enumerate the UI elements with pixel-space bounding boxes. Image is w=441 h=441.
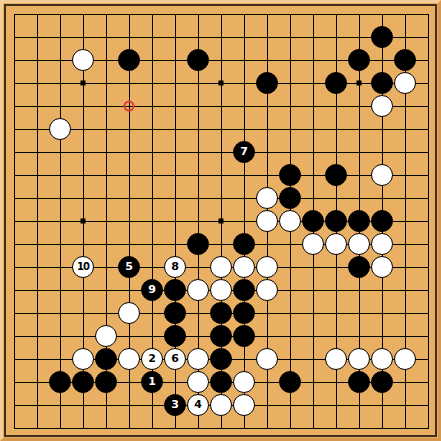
stone-black [72, 371, 94, 393]
stone-black [49, 371, 71, 393]
go-board: 71058926134 [0, 0, 441, 441]
move-number: 10 [73, 257, 93, 277]
stone-white [187, 371, 209, 393]
stone-black [279, 187, 301, 209]
stone-black-move-9: 9 [141, 279, 163, 301]
stone-white [256, 348, 278, 370]
stone-black [371, 26, 393, 48]
stone-white [279, 210, 301, 232]
stone-white [325, 348, 347, 370]
move-number: 2 [142, 349, 162, 369]
stone-white [72, 348, 94, 370]
stone-black [187, 49, 209, 71]
stone-black [164, 279, 186, 301]
star-point [81, 81, 86, 86]
stone-white-move-10: 10 [72, 256, 94, 278]
stone-black-move-3: 3 [164, 394, 186, 416]
stone-white [371, 233, 393, 255]
stone-black [187, 233, 209, 255]
stone-white [302, 233, 324, 255]
move-number: 9 [142, 280, 162, 300]
stone-white [233, 256, 255, 278]
stone-white [256, 187, 278, 209]
stone-white [256, 256, 278, 278]
stone-black [164, 302, 186, 324]
move-number: 3 [165, 395, 185, 415]
stone-black-move-1: 1 [141, 371, 163, 393]
stone-black [325, 210, 347, 232]
stone-white [233, 371, 255, 393]
stone-white [348, 233, 370, 255]
stone-black [325, 164, 347, 186]
stone-white [348, 348, 370, 370]
star-point [81, 219, 86, 224]
stone-black [233, 302, 255, 324]
stone-white [187, 348, 209, 370]
stone-black [95, 348, 117, 370]
stone-white [233, 394, 255, 416]
stone-black [279, 164, 301, 186]
stone-black [279, 371, 301, 393]
stone-black [233, 279, 255, 301]
stone-white [210, 256, 232, 278]
stone-white-move-8: 8 [164, 256, 186, 278]
star-point [219, 219, 224, 224]
stone-black [233, 325, 255, 347]
stone-white-move-2: 2 [141, 348, 163, 370]
move-number: 8 [165, 257, 185, 277]
grid-line [14, 428, 429, 429]
stone-black [210, 348, 232, 370]
stone-white [256, 210, 278, 232]
stone-white-move-6: 6 [164, 348, 186, 370]
stone-white [371, 256, 393, 278]
stone-white [394, 72, 416, 94]
stone-black-move-7: 7 [233, 141, 255, 163]
stone-black-move-5: 5 [118, 256, 140, 278]
stone-white [371, 164, 393, 186]
stone-white [118, 348, 140, 370]
stone-black [210, 325, 232, 347]
stone-black [95, 371, 117, 393]
stone-white [118, 302, 140, 324]
stone-white [210, 394, 232, 416]
stone-white [210, 279, 232, 301]
star-point [219, 81, 224, 86]
stone-white [256, 279, 278, 301]
stone-black [371, 72, 393, 94]
star-point [357, 81, 362, 86]
red-circle-marker [124, 101, 135, 112]
stone-black [118, 49, 140, 71]
move-number: 4 [188, 395, 208, 415]
move-number: 6 [165, 349, 185, 369]
stone-black [348, 256, 370, 278]
move-number: 5 [119, 257, 139, 277]
stone-white [95, 325, 117, 347]
stone-white [394, 348, 416, 370]
stone-white [49, 118, 71, 140]
grid-line [244, 14, 245, 429]
grid-line [428, 14, 429, 429]
stone-black [233, 233, 255, 255]
stone-black [371, 371, 393, 393]
stone-white-move-4: 4 [187, 394, 209, 416]
move-number: 7 [234, 142, 254, 162]
stone-white [325, 233, 347, 255]
stone-black [371, 210, 393, 232]
stone-white [371, 95, 393, 117]
stone-black [325, 72, 347, 94]
move-number: 1 [142, 372, 162, 392]
stone-white [187, 279, 209, 301]
stone-black [348, 210, 370, 232]
stone-black [210, 302, 232, 324]
stone-white [72, 49, 94, 71]
stone-black [256, 72, 278, 94]
stone-black [302, 210, 324, 232]
stone-black [210, 371, 232, 393]
stone-black [394, 49, 416, 71]
stone-black [348, 49, 370, 71]
stone-black [164, 325, 186, 347]
stone-black [348, 371, 370, 393]
stone-white [371, 348, 393, 370]
